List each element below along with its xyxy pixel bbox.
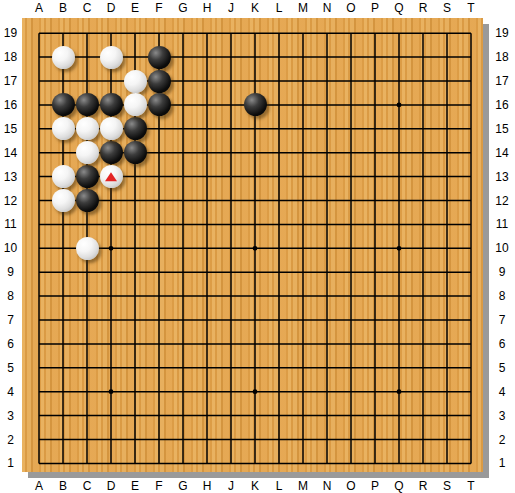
coord-left-17: 17 [0, 74, 21, 88]
coord-bottom-E: E [131, 479, 139, 493]
coord-left-13: 13 [0, 170, 21, 184]
coord-left-2: 2 [0, 433, 21, 447]
coord-top-J: J [228, 1, 234, 15]
coord-top-F: F [155, 1, 162, 15]
coord-bottom-K: K [251, 479, 259, 493]
coord-left-19: 19 [0, 26, 21, 40]
stone-black-B16[interactable] [52, 93, 75, 116]
coord-right-7: 7 [490, 313, 514, 327]
coord-top-M: M [298, 1, 308, 15]
coord-top-E: E [131, 1, 139, 15]
coord-left-18: 18 [0, 50, 21, 64]
coord-top-H: H [203, 1, 212, 15]
coord-left-9: 9 [0, 265, 21, 279]
coord-right-13: 13 [490, 170, 514, 184]
coord-bottom-D: D [107, 479, 116, 493]
coord-left-16: 16 [0, 98, 21, 112]
coord-top-C: C [83, 1, 92, 15]
star-point-D10 [109, 246, 114, 251]
stone-black-K16[interactable] [244, 93, 267, 116]
coord-right-18: 18 [490, 50, 514, 64]
star-point-K4 [253, 389, 258, 394]
coord-top-K: K [251, 1, 259, 15]
coord-left-7: 7 [0, 313, 21, 327]
coord-bottom-M: M [298, 479, 308, 493]
coord-bottom-A: A [35, 479, 43, 493]
stone-black-D14[interactable] [100, 141, 123, 164]
coord-top-O: O [346, 1, 355, 15]
coord-right-19: 19 [490, 26, 514, 40]
last-move-triangle-icon [105, 172, 117, 181]
coord-left-14: 14 [0, 146, 21, 160]
star-point-D4 [109, 389, 114, 394]
stone-white-E17[interactable] [124, 70, 147, 93]
coord-bottom-B: B [59, 479, 67, 493]
stone-black-C16[interactable] [76, 93, 99, 116]
coord-left-15: 15 [0, 122, 21, 136]
stone-white-B18[interactable] [52, 46, 75, 69]
coord-top-G: G [178, 1, 187, 15]
coord-top-A: A [35, 1, 43, 15]
go-board[interactable] [22, 18, 483, 472]
coord-bottom-N: N [323, 479, 332, 493]
coord-bottom-J: J [228, 479, 234, 493]
coord-bottom-R: R [419, 479, 428, 493]
coord-top-Q: Q [394, 1, 403, 15]
coord-right-1: 1 [490, 456, 514, 470]
star-point-K10 [253, 246, 258, 251]
stone-white-B15[interactable] [52, 117, 75, 140]
star-point-Q4 [397, 389, 402, 394]
coord-right-4: 4 [490, 385, 514, 399]
stone-white-B13[interactable] [52, 165, 75, 188]
coord-left-5: 5 [0, 361, 21, 375]
star-point-Q10 [397, 246, 402, 251]
coord-top-R: R [419, 1, 428, 15]
coord-left-4: 4 [0, 385, 21, 399]
go-app-window: AABBCCDDEEFFGGHHJJKKLLMMNNOOPPQQRRSSTT19… [0, 0, 515, 493]
coord-left-10: 10 [0, 241, 21, 255]
coord-bottom-T: T [467, 479, 474, 493]
coord-bottom-P: P [371, 479, 379, 493]
coord-right-16: 16 [490, 98, 514, 112]
coord-bottom-Q: Q [394, 479, 403, 493]
coord-right-5: 5 [490, 361, 514, 375]
coord-top-D: D [107, 1, 116, 15]
stone-white-D18[interactable] [100, 46, 123, 69]
coord-bottom-S: S [443, 479, 451, 493]
coord-right-3: 3 [490, 409, 514, 423]
coord-right-2: 2 [490, 433, 514, 447]
stone-black-E15[interactable] [124, 117, 147, 140]
coord-right-15: 15 [490, 122, 514, 136]
coord-bottom-L: L [276, 479, 283, 493]
coord-right-12: 12 [490, 194, 514, 208]
coord-right-9: 9 [490, 265, 514, 279]
stone-black-D16[interactable] [100, 93, 123, 116]
stone-black-F18[interactable] [148, 46, 171, 69]
coord-bottom-G: G [178, 479, 187, 493]
coord-left-3: 3 [0, 409, 21, 423]
coord-top-T: T [467, 1, 474, 15]
coord-left-12: 12 [0, 194, 21, 208]
coord-right-8: 8 [490, 289, 514, 303]
coord-left-1: 1 [0, 456, 21, 470]
coord-right-11: 11 [490, 217, 514, 231]
coord-top-P: P [371, 1, 379, 15]
coord-right-10: 10 [490, 241, 514, 255]
coord-bottom-F: F [155, 479, 162, 493]
coord-bottom-C: C [83, 479, 92, 493]
stone-black-C13[interactable] [76, 165, 99, 188]
coord-bottom-H: H [203, 479, 212, 493]
stone-white-C14[interactable] [76, 141, 99, 164]
stone-white-E16[interactable] [124, 93, 147, 116]
stone-white-B12[interactable] [52, 189, 75, 212]
stone-white-C15[interactable] [76, 117, 99, 140]
coord-right-14: 14 [490, 146, 514, 160]
coord-bottom-O: O [346, 479, 355, 493]
coord-top-S: S [443, 1, 451, 15]
coord-left-6: 6 [0, 337, 21, 351]
coord-right-6: 6 [490, 337, 514, 351]
coord-right-17: 17 [490, 74, 514, 88]
star-point-Q16 [397, 103, 402, 108]
stone-black-F17[interactable] [148, 70, 171, 93]
coord-top-N: N [323, 1, 332, 15]
coord-top-B: B [59, 1, 67, 15]
stone-black-C12[interactable] [76, 189, 99, 212]
stone-white-D15[interactable] [100, 117, 123, 140]
coord-left-11: 11 [0, 217, 21, 231]
coord-top-L: L [276, 1, 283, 15]
stone-black-F16[interactable] [148, 93, 171, 116]
stone-black-E14[interactable] [124, 141, 147, 164]
coord-left-8: 8 [0, 289, 21, 303]
stone-white-C10[interactable] [76, 237, 99, 260]
